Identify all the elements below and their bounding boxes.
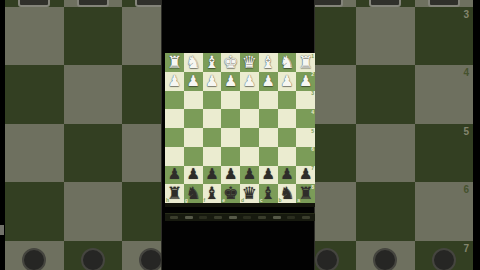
- square-e6[interactable]: [221, 147, 240, 166]
- square-c7[interactable]: ♟: [259, 166, 278, 185]
- square-d3[interactable]: [240, 91, 259, 110]
- square-d6[interactable]: [240, 147, 259, 166]
- toolbar-mark-icon: [258, 216, 266, 219]
- bg-black-pawn: [81, 248, 105, 270]
- toolbar-mark-icon: [214, 216, 222, 219]
- square-e3[interactable]: [221, 91, 240, 110]
- square-d8[interactable]: ♛d: [240, 184, 259, 203]
- file-label: e: [222, 198, 225, 203]
- file-label: f: [204, 198, 206, 203]
- square-a4[interactable]: 4: [296, 109, 315, 128]
- bg-black-pawn: [139, 248, 163, 270]
- bg-square: [356, 241, 415, 270]
- square-e7[interactable]: ♟: [221, 166, 240, 185]
- piece-wb[interactable]: ♝: [261, 54, 276, 71]
- square-b5[interactable]: [278, 128, 297, 147]
- square-b3[interactable]: [278, 91, 297, 110]
- toolbar-mark-icon: [273, 216, 281, 219]
- bg-square: [5, 7, 64, 66]
- square-e2[interactable]: ♟: [221, 72, 240, 91]
- bg-square: [356, 7, 415, 66]
- square-h1[interactable]: ♜: [165, 53, 184, 72]
- bg-square: 3: [415, 7, 474, 66]
- square-h4[interactable]: [165, 109, 184, 128]
- board-bottom-edge: [165, 203, 315, 207]
- square-f1[interactable]: ♝: [203, 53, 222, 72]
- square-c2[interactable]: ♟: [259, 72, 278, 91]
- bg-rank-label: 7: [463, 244, 469, 254]
- square-b8[interactable]: ♞b: [278, 184, 297, 203]
- file-label: g: [185, 198, 188, 203]
- square-e1[interactable]: ♚: [221, 53, 240, 72]
- square-h3[interactable]: [165, 91, 184, 110]
- file-label: a: [297, 198, 300, 203]
- square-f3[interactable]: [203, 91, 222, 110]
- piece-wq[interactable]: ♛: [242, 54, 257, 71]
- square-d5[interactable]: [240, 128, 259, 147]
- square-a1[interactable]: ♜1: [296, 53, 315, 72]
- bg-square: 4: [415, 65, 474, 124]
- piece-wn[interactable]: ♞: [186, 54, 201, 71]
- bg-square: [64, 65, 123, 124]
- square-g3[interactable]: [184, 91, 203, 110]
- bg-square: 7: [415, 241, 474, 270]
- square-g6[interactable]: [184, 147, 203, 166]
- square-b2[interactable]: ♟: [278, 72, 297, 91]
- bg-square: [64, 124, 123, 183]
- square-b6[interactable]: [278, 147, 297, 166]
- rank-label: 7: [311, 166, 314, 171]
- square-d4[interactable]: [240, 109, 259, 128]
- piece-wp[interactable]: ♟: [186, 74, 199, 89]
- rank-label: 2: [311, 72, 314, 77]
- bg-rank-label: 4: [463, 68, 469, 78]
- square-g5[interactable]: [184, 128, 203, 147]
- rank-label: 3: [311, 91, 314, 96]
- square-b7[interactable]: ♟: [278, 166, 297, 185]
- toolbar-mark-icon: [185, 216, 193, 219]
- rank-label: 1: [311, 54, 314, 59]
- piece-wp[interactable]: ♟: [224, 74, 237, 89]
- piece-wn[interactable]: ♞: [279, 54, 294, 71]
- piece-bp[interactable]: ♟: [168, 167, 181, 182]
- square-a6[interactable]: 6: [296, 147, 315, 166]
- rank-label: 5: [311, 129, 314, 134]
- piece-wp[interactable]: ♟: [168, 74, 181, 89]
- toolbar-mark-icon: [170, 216, 178, 219]
- square-h6[interactable]: [165, 147, 184, 166]
- square-f8[interactable]: ♝f: [203, 184, 222, 203]
- square-g2[interactable]: ♟: [184, 72, 203, 91]
- bg-square: [356, 182, 415, 241]
- video-frame: 34567 ♜♞♝♚♛♝♞♜1♟♟♟♟♟♟♟♟23456♟♟♟♟♟♟♟♟7♜h♞…: [0, 0, 480, 270]
- square-g1[interactable]: ♞: [184, 53, 203, 72]
- bg-black-pawn: [373, 248, 397, 270]
- square-a2[interactable]: ♟2: [296, 72, 315, 91]
- piece-wr[interactable]: ♜: [167, 54, 182, 71]
- faint-toolbar: [165, 213, 315, 221]
- piece-wp[interactable]: ♟: [243, 74, 256, 89]
- piece-bb[interactable]: ♝: [204, 185, 219, 202]
- toolbar-mark-icon: [302, 216, 310, 219]
- square-b4[interactable]: [278, 109, 297, 128]
- toolbar-mark-icon: [199, 216, 207, 219]
- square-d1[interactable]: ♛: [240, 53, 259, 72]
- bg-square: [5, 65, 64, 124]
- bg-square: [64, 182, 123, 241]
- square-c4[interactable]: [259, 109, 278, 128]
- bg-black-pawn: [22, 248, 46, 270]
- piece-bp[interactable]: ♟: [243, 167, 256, 182]
- piece-bp[interactable]: ♟: [280, 167, 293, 182]
- square-f7[interactable]: ♟: [203, 166, 222, 185]
- piece-wp[interactable]: ♟: [280, 74, 293, 89]
- bg-square: 5: [415, 124, 474, 183]
- square-g8[interactable]: ♞g: [184, 184, 203, 203]
- square-f2[interactable]: ♟: [203, 72, 222, 91]
- piece-wp[interactable]: ♟: [261, 74, 274, 89]
- bg-square: [64, 241, 123, 270]
- square-c8[interactable]: ♝c: [259, 184, 278, 203]
- bg-square: [5, 241, 64, 270]
- square-a7[interactable]: ♟7: [296, 166, 315, 185]
- toolbar-mark-icon: [287, 216, 295, 219]
- file-label: b: [279, 198, 282, 203]
- bg-square: [5, 182, 64, 241]
- rank-label: 8: [311, 185, 314, 190]
- square-f5[interactable]: [203, 128, 222, 147]
- square-g4[interactable]: [184, 109, 203, 128]
- square-b1[interactable]: ♞: [278, 53, 297, 72]
- square-a5[interactable]: 5: [296, 128, 315, 147]
- bg-black-pawn: [315, 248, 339, 270]
- piece-wp[interactable]: ♟: [205, 74, 218, 89]
- square-a3[interactable]: 3: [296, 91, 315, 110]
- piece-bp[interactable]: ♟: [205, 167, 218, 182]
- toolbar-mark-icon: [229, 216, 237, 219]
- square-f4[interactable]: [203, 109, 222, 128]
- file-label: d: [241, 198, 244, 203]
- piece-bb[interactable]: ♝: [261, 185, 276, 202]
- square-h8[interactable]: ♜h: [165, 184, 184, 203]
- bg-square: [64, 7, 123, 66]
- toolbar-mark-icon: [243, 216, 251, 219]
- square-d2[interactable]: ♟: [240, 72, 259, 91]
- square-a8[interactable]: ♜8a: [296, 184, 315, 203]
- file-label: h: [166, 198, 169, 203]
- rank-label: 4: [311, 110, 314, 115]
- bg-rank-label: 5: [463, 127, 469, 137]
- rank-label: 6: [311, 147, 314, 152]
- square-c3[interactable]: [259, 91, 278, 110]
- bg-square: [356, 124, 415, 183]
- square-c1[interactable]: ♝: [259, 53, 278, 72]
- square-d7[interactable]: ♟: [240, 166, 259, 185]
- file-label: c: [260, 198, 263, 203]
- square-g7[interactable]: ♟: [184, 166, 203, 185]
- bg-square: [5, 124, 64, 183]
- screenshot-strip: ♜♞♝♚♛♝♞♜1♟♟♟♟♟♟♟♟23456♟♟♟♟♟♟♟♟7♜h♞g♝f♚e♛…: [161, 0, 315, 270]
- square-e5[interactable]: [221, 128, 240, 147]
- bg-square: [356, 65, 415, 124]
- piece-bp[interactable]: ♟: [224, 167, 237, 182]
- bg-rank-label: 3: [463, 10, 469, 20]
- square-e8[interactable]: ♚e: [221, 184, 240, 203]
- square-h7[interactable]: ♟: [165, 166, 184, 185]
- square-c6[interactable]: [259, 147, 278, 166]
- square-f6[interactable]: [203, 147, 222, 166]
- piece-bp[interactable]: ♟: [261, 167, 274, 182]
- piece-bk[interactable]: ♚: [223, 185, 238, 202]
- background-ui-notch: [0, 225, 4, 235]
- square-c5[interactable]: [259, 128, 278, 147]
- piece-bp[interactable]: ♟: [186, 167, 199, 182]
- square-e4[interactable]: [221, 109, 240, 128]
- square-h5[interactable]: [165, 128, 184, 147]
- piece-wk[interactable]: ♚: [223, 54, 238, 71]
- bg-rank-label: 6: [463, 185, 469, 195]
- bg-square: 6: [415, 182, 474, 241]
- piece-wb[interactable]: ♝: [204, 54, 219, 71]
- chess-board: ♜♞♝♚♛♝♞♜1♟♟♟♟♟♟♟♟23456♟♟♟♟♟♟♟♟7♜h♞g♝f♚e♛…: [165, 53, 315, 203]
- square-h2[interactable]: ♟: [165, 72, 184, 91]
- bg-black-pawn: [432, 248, 456, 270]
